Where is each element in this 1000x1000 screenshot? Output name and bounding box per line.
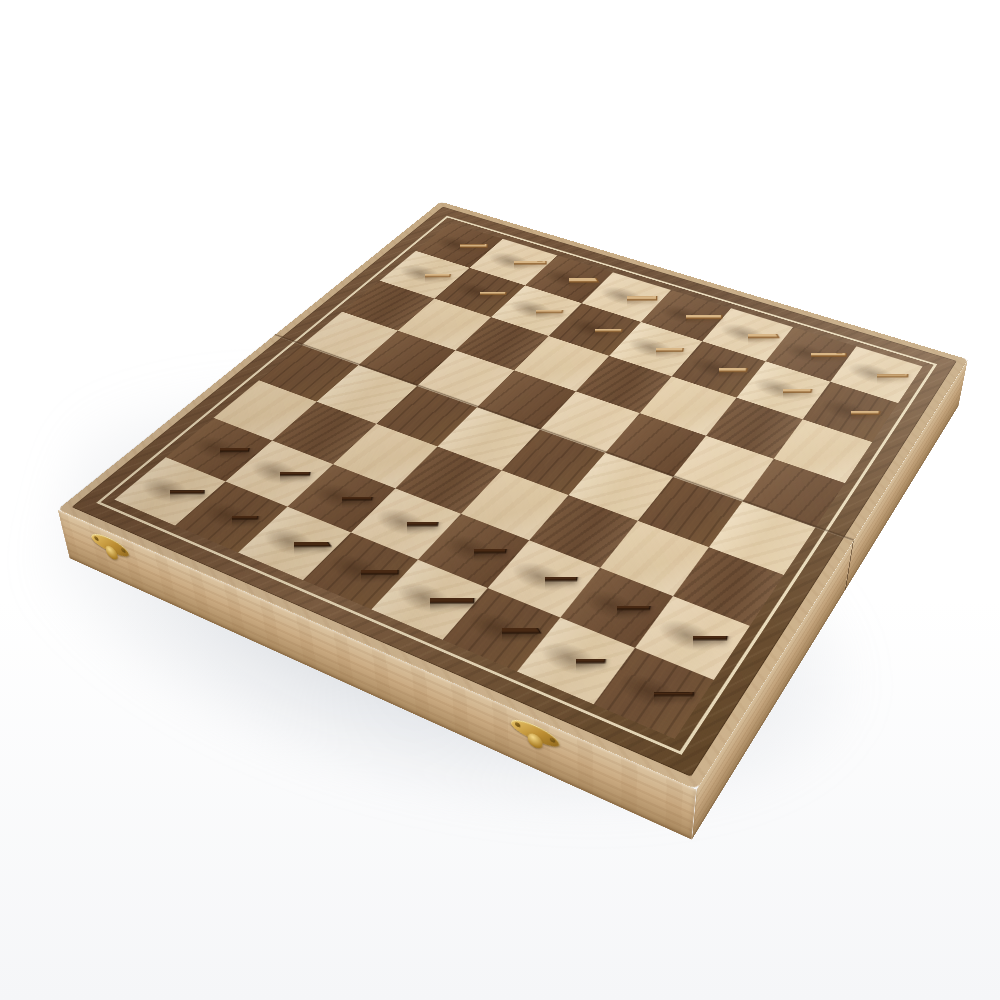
folding-chess-set: ♜♞♝♛♚♝♞♜♟♟♟♟♟♟♟♟♟♟♟♟♟♟♟♟♜♞♝♛♚♝♞♜ [58,202,968,790]
scene: ♜♞♝♛♚♝♞♜♟♟♟♟♟♟♟♟♟♟♟♟♟♟♟♟♜♞♝♛♚♝♞♜ [0,0,1000,1000]
product-photo-canvas: ♜♞♝♛♚♝♞♜♟♟♟♟♟♟♟♟♟♟♟♟♟♟♟♟♜♞♝♛♚♝♞♜ [0,0,1000,1000]
board-top-surface: ♜♞♝♛♚♝♞♜♟♟♟♟♟♟♟♟♟♟♟♟♟♟♟♟♜♞♝♛♚♝♞♜ [58,202,968,790]
